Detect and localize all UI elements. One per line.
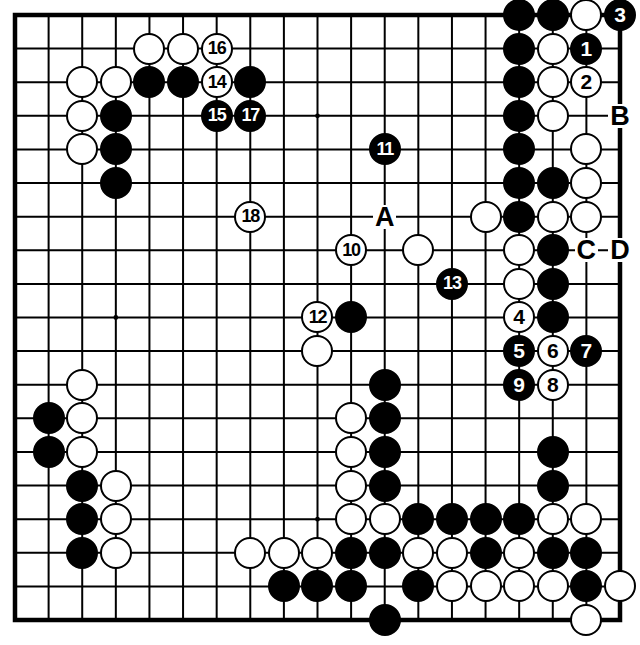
white-stone (470, 570, 502, 602)
move-6-white-stone: 6 (537, 335, 569, 367)
move-17-black-stone: 17 (234, 100, 266, 132)
move-15-black-stone: 15 (201, 100, 233, 132)
white-stone (301, 335, 333, 367)
white-stone (570, 133, 602, 165)
white-stone (570, 167, 602, 199)
black-stone (66, 503, 98, 535)
white-stone (503, 234, 535, 266)
black-stone (537, 301, 569, 333)
black-stone (335, 537, 367, 569)
black-stone (402, 503, 434, 535)
black-stone (268, 570, 300, 602)
stones-layer: 316114215171118101312456798ABCD (0, 0, 637, 637)
black-stone (369, 402, 401, 434)
black-stone (369, 470, 401, 502)
black-stone (503, 167, 535, 199)
black-stone (33, 436, 65, 468)
white-stone (369, 503, 401, 535)
black-stone (570, 537, 602, 569)
white-stone (537, 66, 569, 98)
move-8-white-stone: 8 (537, 369, 569, 401)
white-stone (570, 604, 602, 636)
point-label-b: B (608, 104, 632, 128)
black-stone (503, 503, 535, 535)
black-stone (537, 0, 569, 31)
black-stone (470, 537, 502, 569)
black-stone (570, 570, 602, 602)
move-18-white-stone: 18 (234, 201, 266, 233)
black-stone (167, 66, 199, 98)
white-stone (167, 33, 199, 65)
black-stone (369, 537, 401, 569)
white-stone (100, 537, 132, 569)
move-3-black-stone: 3 (604, 0, 636, 31)
black-stone (537, 167, 569, 199)
black-stone (503, 0, 535, 31)
move-11-black-stone: 11 (369, 133, 401, 165)
white-stone (570, 201, 602, 233)
white-stone (503, 537, 535, 569)
black-stone (100, 100, 132, 132)
white-stone (537, 33, 569, 65)
white-stone (234, 537, 266, 569)
white-stone (268, 537, 300, 569)
black-stone (503, 33, 535, 65)
move-2-white-stone: 2 (570, 66, 602, 98)
white-stone (100, 503, 132, 535)
black-stone (234, 66, 266, 98)
white-stone (335, 402, 367, 434)
black-stone (33, 402, 65, 434)
white-stone (402, 537, 434, 569)
white-stone (503, 570, 535, 602)
black-stone (470, 503, 502, 535)
move-5-black-stone: 5 (503, 335, 535, 367)
white-stone (335, 436, 367, 468)
white-stone (301, 537, 333, 569)
white-stone (335, 503, 367, 535)
black-stone (335, 570, 367, 602)
white-stone (570, 0, 602, 31)
white-stone (570, 503, 602, 535)
white-stone (436, 537, 468, 569)
black-stone (100, 133, 132, 165)
black-stone (66, 537, 98, 569)
black-stone (301, 570, 333, 602)
black-stone (369, 369, 401, 401)
black-stone (66, 470, 98, 502)
black-stone (537, 268, 569, 300)
point-label-d: D (608, 238, 632, 262)
black-stone (537, 436, 569, 468)
white-stone (66, 66, 98, 98)
white-stone (100, 470, 132, 502)
white-stone (470, 201, 502, 233)
white-stone (66, 100, 98, 132)
black-stone (100, 167, 132, 199)
move-1-black-stone: 1 (570, 33, 602, 65)
black-stone (503, 201, 535, 233)
black-stone (335, 301, 367, 333)
point-label-c: C (575, 238, 599, 262)
black-stone (133, 66, 165, 98)
white-stone (402, 234, 434, 266)
white-stone (537, 503, 569, 535)
move-4-white-stone: 4 (503, 301, 535, 333)
black-stone (503, 133, 535, 165)
white-stone (66, 133, 98, 165)
black-stone (503, 66, 535, 98)
white-stone (436, 570, 468, 602)
white-stone (537, 100, 569, 132)
move-12-white-stone: 12 (301, 301, 333, 333)
black-stone (369, 436, 401, 468)
go-board: 316114215171118101312456798ABCD (0, 0, 640, 645)
move-7-black-stone: 7 (570, 335, 602, 367)
move-16-white-stone: 16 (201, 33, 233, 65)
go-diagram-page: 316114215171118101312456798ABCD (0, 0, 640, 645)
black-stone (402, 570, 434, 602)
move-9-black-stone: 9 (503, 369, 535, 401)
black-stone (369, 604, 401, 636)
move-13-black-stone: 13 (436, 268, 468, 300)
move-10-white-stone: 10 (335, 234, 367, 266)
move-14-white-stone: 14 (201, 66, 233, 98)
white-stone (66, 402, 98, 434)
white-stone (537, 201, 569, 233)
white-stone (133, 33, 165, 65)
point-label-a: A (373, 205, 397, 229)
white-stone (66, 369, 98, 401)
white-stone (100, 66, 132, 98)
black-stone (537, 234, 569, 266)
white-stone (335, 470, 367, 502)
white-stone (604, 570, 636, 602)
black-stone (537, 537, 569, 569)
black-stone (503, 100, 535, 132)
black-stone (436, 503, 468, 535)
white-stone (503, 268, 535, 300)
white-stone (537, 570, 569, 602)
white-stone (66, 436, 98, 468)
black-stone (537, 470, 569, 502)
